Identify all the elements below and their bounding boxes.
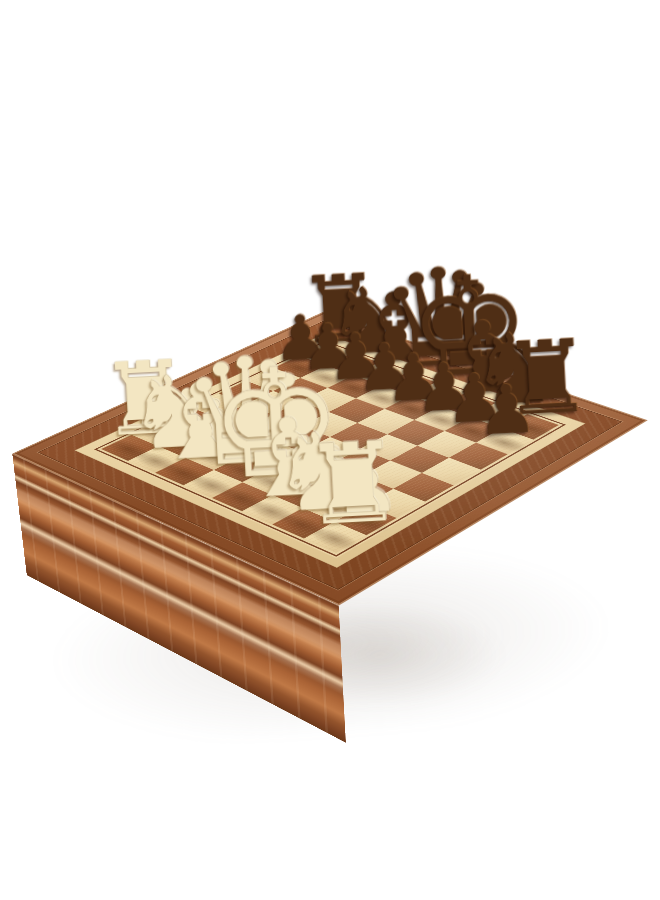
chess-board: ♜♞♝♛♚♝♞♜♟♟♟♟♟♟♟♟♟♟♟♟♟♟♟♟♜♞♝♛♚♝♞♜	[101, 344, 559, 553]
perspective-scene: ♜♞♝♛♚♝♞♜♟♟♟♟♟♟♟♟♟♟♟♟♟♟♟♟♜♞♝♛♚♝♞♜	[0, 0, 660, 900]
camera-roll-wrapper: ♜♞♝♛♚♝♞♜♟♟♟♟♟♟♟♟♟♟♟♟♟♟♟♟♜♞♝♛♚♝♞♜	[0, 0, 660, 900]
chess-set-product-photo: ♜♞♝♛♚♝♞♜♟♟♟♟♟♟♟♟♟♟♟♟♟♟♟♟♜♞♝♛♚♝♞♜	[0, 0, 660, 900]
